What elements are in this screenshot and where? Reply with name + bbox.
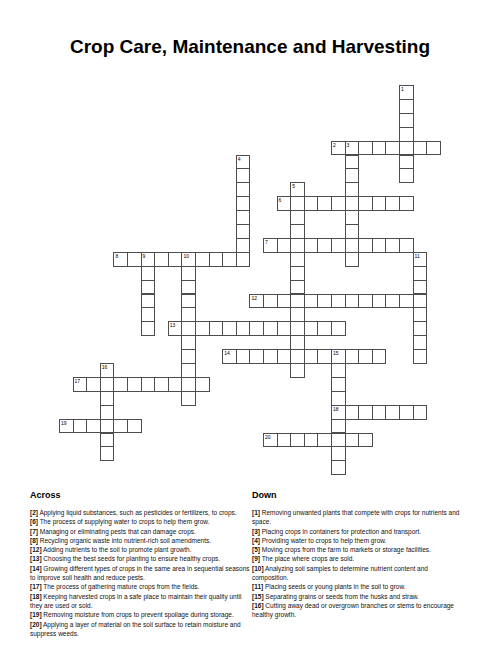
grid-cell[interactable]: 20 bbox=[263, 433, 278, 448]
grid-cell[interactable] bbox=[290, 252, 305, 267]
grid-cell[interactable] bbox=[195, 377, 210, 392]
grid-cell[interactable] bbox=[236, 349, 251, 364]
clue-item-down-5: [5] Moving crops from the farm to market… bbox=[252, 545, 462, 554]
grid-cell[interactable] bbox=[290, 238, 305, 253]
grid-cell[interactable] bbox=[399, 155, 414, 170]
grid-cell[interactable] bbox=[331, 238, 346, 253]
crossword-grid: 1234567891011121314151617181920 bbox=[59, 85, 441, 475]
grid-cell[interactable] bbox=[317, 294, 332, 309]
grid-cell[interactable]: 13 bbox=[168, 321, 183, 336]
grid-cell[interactable]: 11 bbox=[413, 252, 428, 267]
grid-cell[interactable] bbox=[236, 321, 251, 336]
grid-cell[interactable] bbox=[331, 363, 346, 378]
grid-cell[interactable]: 12 bbox=[249, 294, 264, 309]
grid-cell[interactable] bbox=[181, 363, 196, 378]
grid-cell[interactable] bbox=[413, 280, 428, 295]
grid-cell[interactable] bbox=[304, 321, 319, 336]
grid-cell[interactable] bbox=[358, 238, 373, 253]
cell-number: 15 bbox=[333, 350, 339, 356]
cell-number: 14 bbox=[224, 350, 230, 356]
grid-cell[interactable] bbox=[290, 266, 305, 281]
grid-cell[interactable] bbox=[331, 377, 346, 392]
grid-cell[interactable] bbox=[304, 238, 319, 253]
grid-cell[interactable] bbox=[141, 307, 156, 322]
clue-number: [15] bbox=[252, 593, 264, 600]
clue-number: [12] bbox=[30, 546, 42, 553]
clue-number: [20] bbox=[30, 621, 42, 628]
clue-item-down-16: [16] Cutting away dead or overgrown bran… bbox=[252, 601, 462, 620]
grid-cell[interactable]: 19 bbox=[59, 419, 74, 434]
grid-cell[interactable]: 9 bbox=[141, 252, 156, 267]
grid-cell[interactable] bbox=[236, 182, 251, 197]
grid-cell[interactable] bbox=[372, 196, 387, 211]
grid-cell[interactable] bbox=[317, 238, 332, 253]
grid-cell[interactable] bbox=[331, 294, 346, 309]
grid-cell[interactable] bbox=[290, 294, 305, 309]
grid-cell[interactable] bbox=[304, 433, 319, 448]
grid-cell[interactable] bbox=[358, 433, 373, 448]
cell-number: 4 bbox=[238, 156, 241, 162]
clue-number: [13] bbox=[30, 555, 42, 562]
clue-item-down-3: [3] Placing crops in containers for prot… bbox=[252, 527, 462, 536]
grid-cell[interactable] bbox=[345, 252, 360, 267]
grid-cell[interactable] bbox=[236, 238, 251, 253]
grid-cell[interactable] bbox=[358, 196, 373, 211]
grid-cell[interactable] bbox=[385, 238, 400, 253]
grid-cell[interactable] bbox=[345, 196, 360, 211]
cell-number: 2 bbox=[333, 142, 336, 148]
grid-cell[interactable]: 17 bbox=[73, 377, 88, 392]
grid-cell[interactable] bbox=[113, 377, 128, 392]
grid-cell[interactable] bbox=[100, 377, 115, 392]
grid-cell[interactable] bbox=[304, 294, 319, 309]
grid-cell[interactable] bbox=[345, 405, 360, 420]
grid-cell[interactable] bbox=[249, 349, 264, 364]
grid-cell[interactable] bbox=[290, 307, 305, 322]
cell-number: 8 bbox=[115, 253, 118, 259]
grid-cell[interactable]: 18 bbox=[331, 405, 346, 420]
grid-cell[interactable] bbox=[345, 168, 360, 183]
grid-cell[interactable]: 10 bbox=[181, 252, 196, 267]
grid-cell[interactable] bbox=[222, 252, 237, 267]
clue-number: [4] bbox=[252, 537, 260, 544]
grid-cell[interactable] bbox=[195, 321, 210, 336]
grid-cell[interactable] bbox=[290, 210, 305, 225]
clue-item-across-7: [7] Managing or eliminating pests that c… bbox=[30, 527, 252, 536]
grid-cell[interactable] bbox=[345, 238, 360, 253]
grid-cell[interactable] bbox=[426, 141, 441, 156]
grid-cell[interactable]: 3 bbox=[345, 141, 360, 156]
grid-cell[interactable] bbox=[86, 419, 101, 434]
clue-list-down: [1] Removing unwanted plants that compet… bbox=[252, 508, 462, 620]
clue-number: [16] bbox=[252, 602, 264, 609]
grid-cell[interactable] bbox=[331, 321, 346, 336]
grid-cell[interactable] bbox=[385, 141, 400, 156]
clue-item-across-20: [20] Applying a layer of material on the… bbox=[30, 620, 252, 639]
clue-number: [5] bbox=[252, 546, 260, 553]
clue-item-down-1: [1] Removing unwanted plants that compet… bbox=[252, 508, 462, 527]
clue-item-across-12: [12] Adding nutrients to the soil to pro… bbox=[30, 545, 252, 554]
grid-cell[interactable] bbox=[345, 224, 360, 239]
grid-cell[interactable] bbox=[358, 405, 373, 420]
grid-cell[interactable] bbox=[236, 252, 251, 267]
grid-cell[interactable] bbox=[263, 321, 278, 336]
cell-number: 1 bbox=[401, 86, 404, 92]
grid-cell[interactable] bbox=[399, 141, 414, 156]
clue-item-down-9: [9] The place where crops are sold. bbox=[252, 554, 462, 563]
grid-cell[interactable] bbox=[195, 252, 210, 267]
grid-cell[interactable] bbox=[399, 294, 414, 309]
cell-number: 6 bbox=[279, 197, 282, 203]
grid-cell[interactable] bbox=[277, 238, 292, 253]
grid-cell[interactable] bbox=[385, 405, 400, 420]
grid-cell[interactable] bbox=[290, 363, 305, 378]
grid-cell[interactable] bbox=[181, 280, 196, 295]
grid-cell[interactable] bbox=[399, 99, 414, 114]
grid-cell[interactable] bbox=[399, 113, 414, 128]
grid-cell[interactable] bbox=[317, 196, 332, 211]
grid-cell[interactable]: 1 bbox=[399, 85, 414, 100]
grid-cell[interactable] bbox=[209, 252, 224, 267]
grid-cell[interactable]: 2 bbox=[331, 141, 346, 156]
grid-cell[interactable] bbox=[331, 446, 346, 461]
grid-cell[interactable]: 14 bbox=[222, 349, 237, 364]
grid-cell[interactable] bbox=[181, 307, 196, 322]
grid-cell[interactable] bbox=[73, 419, 88, 434]
grid-cell[interactable]: 4 bbox=[236, 155, 251, 170]
grid-cell[interactable] bbox=[372, 349, 387, 364]
grid-cell[interactable] bbox=[413, 405, 428, 420]
grid-cell[interactable] bbox=[304, 196, 319, 211]
grid-cell[interactable] bbox=[181, 266, 196, 281]
grid-cell[interactable] bbox=[236, 168, 251, 183]
grid-cell[interactable] bbox=[399, 196, 414, 211]
grid-cell[interactable]: 8 bbox=[113, 252, 128, 267]
grid-cell[interactable] bbox=[222, 321, 237, 336]
grid-cell[interactable] bbox=[358, 294, 373, 309]
grid-cell[interactable] bbox=[277, 433, 292, 448]
clue-item-down-10: [10] Analyzing soil samples to determine… bbox=[252, 564, 462, 583]
clue-item-across-18: [18] Keeping harvested crops in a safe p… bbox=[30, 592, 252, 611]
clue-item-across-17: [17] The process of gathering mature cro… bbox=[30, 582, 252, 591]
clue-item-across-6: [6] The process of supplying water to cr… bbox=[30, 517, 252, 526]
grid-cell[interactable]: 7 bbox=[263, 238, 278, 253]
cell-number: 12 bbox=[251, 295, 257, 301]
grid-cell[interactable] bbox=[345, 294, 360, 309]
grid-cell[interactable] bbox=[399, 405, 414, 420]
grid-cell[interactable] bbox=[127, 252, 142, 267]
down-header: Down bbox=[252, 490, 462, 500]
grid-cell[interactable] bbox=[331, 419, 346, 434]
grid-cell[interactable] bbox=[181, 335, 196, 350]
clue-item-across-13: [13] Choosing the best seeds for plantin… bbox=[30, 554, 252, 563]
grid-cell[interactable] bbox=[113, 419, 128, 434]
grid-cell[interactable] bbox=[141, 294, 156, 309]
cell-number: 16 bbox=[102, 364, 108, 370]
grid-cell[interactable] bbox=[331, 391, 346, 406]
grid-cell[interactable] bbox=[100, 419, 115, 434]
clue-number: [3] bbox=[252, 528, 260, 535]
grid-cell[interactable] bbox=[168, 252, 183, 267]
clue-list-across: [2] Applying liquid substances, such as … bbox=[30, 508, 252, 638]
across-header: Across bbox=[30, 490, 252, 500]
clues-down-section: Down [1] Removing unwanted plants that c… bbox=[252, 490, 462, 620]
grid-cell[interactable] bbox=[413, 307, 428, 322]
cell-number: 18 bbox=[333, 406, 339, 412]
grid-cell[interactable] bbox=[86, 377, 101, 392]
grid-cell[interactable] bbox=[181, 391, 196, 406]
clue-number: [17] bbox=[30, 583, 42, 590]
grid-cell[interactable] bbox=[277, 349, 292, 364]
grid-cell[interactable] bbox=[385, 294, 400, 309]
cell-number: 17 bbox=[75, 378, 81, 384]
grid-cell[interactable] bbox=[317, 321, 332, 336]
cell-number: 7 bbox=[265, 239, 268, 245]
grid-cell[interactable]: 5 bbox=[290, 182, 305, 197]
puzzle-title: Crop Care, Maintenance and Harvesting bbox=[0, 36, 500, 58]
grid-cell[interactable] bbox=[372, 238, 387, 253]
clue-item-across-14: [14] Growing different types of crops in… bbox=[30, 564, 252, 583]
grid-cell[interactable] bbox=[413, 294, 428, 309]
grid-cell[interactable] bbox=[331, 433, 346, 448]
grid-cell[interactable] bbox=[236, 196, 251, 211]
grid-cell[interactable] bbox=[181, 294, 196, 309]
grid-cell[interactable]: 15 bbox=[331, 349, 346, 364]
grid-cell[interactable] bbox=[100, 446, 115, 461]
grid-cell[interactable]: 16 bbox=[100, 363, 115, 378]
grid-cell[interactable] bbox=[290, 224, 305, 239]
grid-cell[interactable] bbox=[154, 377, 169, 392]
clue-item-down-11: [11] Placing seeds or young plants in th… bbox=[252, 582, 462, 591]
grid-cell[interactable] bbox=[317, 349, 332, 364]
grid-cell[interactable] bbox=[154, 252, 169, 267]
grid-cell[interactable] bbox=[290, 433, 305, 448]
grid-cell[interactable] bbox=[358, 349, 373, 364]
grid-cell[interactable] bbox=[290, 321, 305, 336]
grid-cell[interactable] bbox=[331, 460, 346, 475]
grid-cell[interactable] bbox=[304, 349, 319, 364]
grid-cell[interactable] bbox=[413, 349, 428, 364]
grid-cell[interactable] bbox=[345, 349, 360, 364]
grid-cell[interactable] bbox=[413, 266, 428, 281]
grid-cell[interactable] bbox=[290, 280, 305, 295]
grid-cell[interactable] bbox=[127, 419, 142, 434]
grid-cell[interactable] bbox=[399, 168, 414, 183]
grid-cell[interactable] bbox=[413, 321, 428, 336]
clue-number: [18] bbox=[30, 593, 42, 600]
grid-cell[interactable] bbox=[372, 405, 387, 420]
grid-cell[interactable] bbox=[141, 321, 156, 336]
grid-cell[interactable] bbox=[209, 321, 224, 336]
grid-cell[interactable] bbox=[413, 335, 428, 350]
grid-cell[interactable] bbox=[277, 321, 292, 336]
grid-cell[interactable] bbox=[277, 294, 292, 309]
grid-cell[interactable] bbox=[317, 433, 332, 448]
grid-cell[interactable] bbox=[141, 266, 156, 281]
grid-cell[interactable] bbox=[100, 405, 115, 420]
cell-number: 13 bbox=[170, 322, 176, 328]
grid-cell[interactable] bbox=[100, 391, 115, 406]
grid-cell[interactable] bbox=[236, 210, 251, 225]
clue-number: [8] bbox=[30, 537, 38, 544]
clue-number: [6] bbox=[30, 518, 38, 525]
cell-number: 11 bbox=[415, 253, 420, 259]
grid-cell[interactable] bbox=[181, 321, 196, 336]
grid-cell[interactable] bbox=[372, 294, 387, 309]
cell-number: 3 bbox=[347, 142, 350, 148]
cell-number: 10 bbox=[183, 253, 189, 259]
grid-cell[interactable] bbox=[290, 196, 305, 211]
grid-cell[interactable] bbox=[399, 238, 414, 253]
grid-cell[interactable] bbox=[399, 127, 414, 142]
cell-number: 5 bbox=[292, 183, 295, 189]
clue-item-across-19: [19] Removing moisture from crops to pre… bbox=[30, 610, 252, 619]
grid-cell[interactable] bbox=[181, 377, 196, 392]
clue-item-down-15: [15] Separating grains or seeds from the… bbox=[252, 592, 462, 601]
grid-cell[interactable] bbox=[290, 335, 305, 350]
clue-number: [2] bbox=[30, 509, 38, 516]
clue-item-across-2: [2] Applying liquid substances, such as … bbox=[30, 508, 252, 517]
grid-cell[interactable] bbox=[100, 433, 115, 448]
grid-cell[interactable] bbox=[358, 141, 373, 156]
grid-cell[interactable] bbox=[263, 349, 278, 364]
grid-cell[interactable] bbox=[331, 196, 346, 211]
grid-cell[interactable] bbox=[345, 155, 360, 170]
cell-number: 20 bbox=[265, 434, 271, 440]
grid-cell[interactable] bbox=[372, 141, 387, 156]
clue-number: [14] bbox=[30, 565, 42, 572]
grid-cell[interactable] bbox=[385, 196, 400, 211]
grid-cell[interactable] bbox=[345, 182, 360, 197]
grid-cell[interactable] bbox=[290, 349, 305, 364]
clue-number: [19] bbox=[30, 611, 42, 618]
clue-item-across-8: [8] Recycling organic waste into nutrien… bbox=[30, 536, 252, 545]
grid-cell[interactable] bbox=[181, 349, 196, 364]
cell-number: 19 bbox=[61, 420, 67, 426]
clue-item-down-4: [4] Providing water to crops to help the… bbox=[252, 536, 462, 545]
grid-cell[interactable] bbox=[168, 377, 183, 392]
cell-number: 9 bbox=[143, 253, 146, 259]
grid-cell[interactable] bbox=[127, 377, 142, 392]
grid-cell[interactable]: 6 bbox=[277, 196, 292, 211]
clue-number: [11] bbox=[252, 583, 263, 590]
grid-cell[interactable] bbox=[236, 224, 251, 239]
grid-cell[interactable] bbox=[345, 210, 360, 225]
grid-cell[interactable] bbox=[263, 294, 278, 309]
grid-cell[interactable] bbox=[413, 141, 428, 156]
clue-number: [7] bbox=[30, 528, 38, 535]
grid-cell[interactable] bbox=[249, 321, 264, 336]
clue-number: [10] bbox=[252, 565, 264, 572]
grid-cell[interactable] bbox=[141, 377, 156, 392]
grid-cell[interactable] bbox=[345, 433, 360, 448]
clues-across-section: Across [2] Applying liquid substances, s… bbox=[30, 490, 252, 638]
clue-number: [9] bbox=[252, 555, 260, 562]
clue-number: [1] bbox=[252, 509, 260, 516]
grid-cell[interactable] bbox=[141, 280, 156, 295]
